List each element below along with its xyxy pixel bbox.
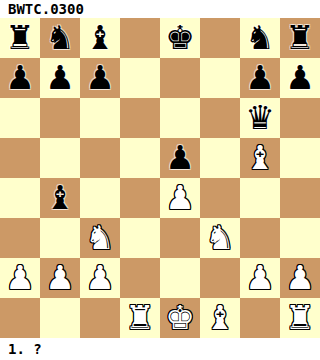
square-b7[interactable]: ♟ (40, 58, 80, 98)
white-king: ♚ (165, 298, 195, 338)
black-pawn: ♟ (45, 58, 75, 98)
square-a4[interactable] (0, 178, 40, 218)
square-b2[interactable]: ♟ (40, 258, 80, 298)
square-g1[interactable] (240, 298, 280, 338)
square-c3[interactable]: ♞ (80, 218, 120, 258)
square-h7[interactable]: ♟ (280, 58, 320, 98)
black-pawn: ♟ (245, 58, 275, 98)
square-d7[interactable] (120, 58, 160, 98)
square-c7[interactable]: ♟ (80, 58, 120, 98)
square-g6[interactable]: ♛ (240, 98, 280, 138)
square-g4[interactable] (240, 178, 280, 218)
square-f7[interactable] (200, 58, 240, 98)
white-pawn: ♟ (165, 178, 195, 218)
square-h3[interactable] (280, 218, 320, 258)
white-pawn: ♟ (245, 258, 275, 298)
square-d4[interactable] (120, 178, 160, 218)
black-knight: ♞ (45, 18, 75, 58)
square-d1[interactable]: ♜ (120, 298, 160, 338)
square-c8[interactable]: ♝ (80, 18, 120, 58)
square-h4[interactable] (280, 178, 320, 218)
square-a2[interactable]: ♟ (0, 258, 40, 298)
square-a5[interactable] (0, 138, 40, 178)
square-f5[interactable] (200, 138, 240, 178)
black-pawn: ♟ (285, 58, 315, 98)
square-c1[interactable] (80, 298, 120, 338)
white-knight: ♞ (205, 218, 235, 258)
square-g7[interactable]: ♟ (240, 58, 280, 98)
white-bishop: ♝ (245, 138, 275, 178)
square-a7[interactable]: ♟ (0, 58, 40, 98)
square-e7[interactable] (160, 58, 200, 98)
square-d3[interactable] (120, 218, 160, 258)
square-f8[interactable] (200, 18, 240, 58)
square-e5[interactable]: ♟ (160, 138, 200, 178)
square-h5[interactable] (280, 138, 320, 178)
square-e8[interactable]: ♚ (160, 18, 200, 58)
square-b1[interactable] (40, 298, 80, 338)
square-f6[interactable] (200, 98, 240, 138)
chess-app-window: BWTC.0300 ♜♞♝♚♞♜♟♟♟♟♟♛♟♝♝♟♞♞♟♟♟♟♟♜♚♝♜ 1.… (0, 0, 320, 360)
square-d2[interactable] (120, 258, 160, 298)
square-b3[interactable] (40, 218, 80, 258)
black-pawn: ♟ (165, 138, 195, 178)
square-d5[interactable] (120, 138, 160, 178)
white-pawn: ♟ (285, 258, 315, 298)
square-f1[interactable]: ♝ (200, 298, 240, 338)
square-d8[interactable] (120, 18, 160, 58)
square-g3[interactable] (240, 218, 280, 258)
square-g8[interactable]: ♞ (240, 18, 280, 58)
white-pawn: ♟ (5, 258, 35, 298)
black-bishop: ♝ (85, 18, 115, 58)
square-h6[interactable] (280, 98, 320, 138)
puzzle-title: BWTC.0300 (0, 0, 320, 18)
white-bishop: ♝ (205, 298, 235, 338)
black-queen: ♛ (245, 98, 275, 138)
white-pawn: ♟ (85, 258, 115, 298)
square-h8[interactable]: ♜ (280, 18, 320, 58)
chess-board: ♜♞♝♚♞♜♟♟♟♟♟♛♟♝♝♟♞♞♟♟♟♟♟♜♚♝♜ (0, 18, 320, 338)
square-b5[interactable] (40, 138, 80, 178)
square-e1[interactable]: ♚ (160, 298, 200, 338)
square-d6[interactable] (120, 98, 160, 138)
black-knight: ♞ (245, 18, 275, 58)
move-prompt: 1. ? (0, 338, 320, 360)
black-rook: ♜ (285, 18, 315, 58)
square-g2[interactable]: ♟ (240, 258, 280, 298)
square-c2[interactable]: ♟ (80, 258, 120, 298)
square-h1[interactable]: ♜ (280, 298, 320, 338)
square-b6[interactable] (40, 98, 80, 138)
square-f3[interactable]: ♞ (200, 218, 240, 258)
square-e6[interactable] (160, 98, 200, 138)
square-e4[interactable]: ♟ (160, 178, 200, 218)
square-c5[interactable] (80, 138, 120, 178)
black-pawn: ♟ (85, 58, 115, 98)
square-a3[interactable] (0, 218, 40, 258)
square-b8[interactable]: ♞ (40, 18, 80, 58)
square-g5[interactable]: ♝ (240, 138, 280, 178)
square-c6[interactable] (80, 98, 120, 138)
square-b4[interactable]: ♝ (40, 178, 80, 218)
square-a6[interactable] (0, 98, 40, 138)
square-e2[interactable] (160, 258, 200, 298)
square-f4[interactable] (200, 178, 240, 218)
square-e3[interactable] (160, 218, 200, 258)
white-knight: ♞ (85, 218, 115, 258)
square-f2[interactable] (200, 258, 240, 298)
square-a8[interactable]: ♜ (0, 18, 40, 58)
square-a1[interactable] (0, 298, 40, 338)
black-king: ♚ (165, 18, 195, 58)
black-bishop: ♝ (45, 178, 75, 218)
square-c4[interactable] (80, 178, 120, 218)
white-rook: ♜ (285, 298, 315, 338)
square-h2[interactable]: ♟ (280, 258, 320, 298)
white-pawn: ♟ (45, 258, 75, 298)
white-rook: ♜ (125, 298, 155, 338)
black-pawn: ♟ (5, 58, 35, 98)
black-rook: ♜ (5, 18, 35, 58)
